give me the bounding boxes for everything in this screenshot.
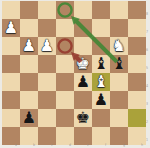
- square-d2[interactable]: [56, 109, 74, 127]
- rank-label-6: 6: [146, 49, 148, 52]
- file-label-d: d: [69, 144, 71, 147]
- piece-white-pawn[interactable]: ♟: [22, 37, 36, 55]
- rank-label-7: 7: [146, 31, 148, 34]
- square-d7[interactable]: [56, 19, 74, 37]
- file-label-a: a: [15, 144, 17, 147]
- file-label-b: b: [33, 144, 35, 147]
- square-f4[interactable]: ♝: [92, 73, 110, 91]
- square-c1[interactable]: [38, 127, 56, 145]
- file-label-g: g: [123, 144, 125, 147]
- piece-white-bishop[interactable]: ♝: [94, 73, 108, 91]
- square-b7[interactable]: [20, 19, 38, 37]
- square-b3[interactable]: [20, 91, 38, 109]
- square-d5[interactable]: [56, 55, 74, 73]
- square-g4[interactable]: [110, 73, 128, 91]
- square-f5[interactable]: ♝: [92, 55, 110, 73]
- square-b6[interactable]: ♟: [20, 37, 38, 55]
- piece-white-pawn[interactable]: ♟: [4, 19, 18, 37]
- piece-black-pawn[interactable]: ♟: [94, 91, 108, 109]
- square-e8[interactable]: [74, 1, 92, 19]
- piece-black-pawn[interactable]: ♟: [22, 109, 36, 127]
- square-g8[interactable]: [110, 1, 128, 19]
- chess-board-frame: ♟♟♟♞♚♝♝♟♝♟♟♚ 87654321 abcdefgh: [0, 0, 150, 148]
- square-d3[interactable]: [56, 91, 74, 109]
- square-h4[interactable]: [128, 73, 146, 91]
- rank-label-5: 5: [146, 67, 148, 70]
- square-a2[interactable]: [2, 109, 20, 127]
- square-c7[interactable]: [38, 19, 56, 37]
- square-a6[interactable]: [2, 37, 20, 55]
- square-f3[interactable]: ♟: [92, 91, 110, 109]
- square-g5[interactable]: ♝: [110, 55, 128, 73]
- square-g2[interactable]: [110, 109, 128, 127]
- square-g6[interactable]: ♞: [110, 37, 128, 55]
- square-d8[interactable]: [56, 1, 74, 19]
- piece-white-pawn[interactable]: ♟: [40, 37, 54, 55]
- file-label-f: f: [105, 144, 106, 147]
- square-c8[interactable]: [38, 1, 56, 19]
- rank-label-4: 4: [146, 85, 148, 88]
- square-h8[interactable]: [128, 1, 146, 19]
- square-a1[interactable]: [2, 127, 20, 145]
- square-d1[interactable]: [56, 127, 74, 145]
- square-e7[interactable]: [74, 19, 92, 37]
- square-h1[interactable]: [128, 127, 146, 145]
- square-d4[interactable]: [56, 73, 74, 91]
- square-g3[interactable]: [110, 91, 128, 109]
- square-c6[interactable]: ♟: [38, 37, 56, 55]
- square-h3[interactable]: [128, 91, 146, 109]
- file-label-c: c: [51, 144, 53, 147]
- piece-black-pawn[interactable]: ♟: [76, 73, 90, 91]
- square-f2[interactable]: [92, 109, 110, 127]
- square-g1[interactable]: [110, 127, 128, 145]
- square-a8[interactable]: [2, 1, 20, 19]
- piece-white-knight[interactable]: ♞: [112, 37, 126, 55]
- square-b1[interactable]: [20, 127, 38, 145]
- square-b2[interactable]: ♟: [20, 109, 38, 127]
- square-e1[interactable]: [74, 127, 92, 145]
- rank-label-2: 2: [146, 121, 148, 124]
- square-a5[interactable]: [2, 55, 20, 73]
- square-h7[interactable]: [128, 19, 146, 37]
- file-label-h: h: [141, 144, 143, 147]
- square-h5[interactable]: [128, 55, 146, 73]
- chess-board[interactable]: ♟♟♟♞♚♝♝♟♝♟♟♚: [2, 1, 146, 145]
- square-a7[interactable]: ♟: [2, 19, 20, 37]
- square-e6[interactable]: [74, 37, 92, 55]
- square-c4[interactable]: [38, 73, 56, 91]
- rank-label-8: 8: [146, 13, 148, 16]
- square-e4[interactable]: ♟: [74, 73, 92, 91]
- piece-black-bishop[interactable]: ♝: [94, 55, 108, 73]
- square-h6[interactable]: [128, 37, 146, 55]
- square-b8[interactable]: [20, 1, 38, 19]
- square-h2[interactable]: [128, 109, 146, 127]
- square-e2[interactable]: ♚: [74, 109, 92, 127]
- rank-labels-margin: 87654321: [146, 0, 150, 148]
- piece-black-bishop[interactable]: ♝: [112, 55, 126, 73]
- square-c3[interactable]: [38, 91, 56, 109]
- square-f8[interactable]: [92, 1, 110, 19]
- piece-black-king[interactable]: ♚: [76, 109, 90, 127]
- square-b4[interactable]: [20, 73, 38, 91]
- file-label-e: e: [87, 144, 89, 147]
- square-c2[interactable]: [38, 109, 56, 127]
- file-labels-margin: abcdefgh: [0, 145, 150, 148]
- square-a4[interactable]: [2, 73, 20, 91]
- rank-label-3: 3: [146, 103, 148, 106]
- square-e3[interactable]: [74, 91, 92, 109]
- square-e5[interactable]: ♚: [74, 55, 92, 73]
- rank-label-1: 1: [146, 139, 148, 142]
- square-f6[interactable]: [92, 37, 110, 55]
- square-d6[interactable]: [56, 37, 74, 55]
- square-f1[interactable]: [92, 127, 110, 145]
- square-f7[interactable]: [92, 19, 110, 37]
- square-g7[interactable]: [110, 19, 128, 37]
- square-b5[interactable]: [20, 55, 38, 73]
- square-c5[interactable]: [38, 55, 56, 73]
- square-a3[interactable]: [2, 91, 20, 109]
- piece-white-king[interactable]: ♚: [76, 55, 90, 73]
